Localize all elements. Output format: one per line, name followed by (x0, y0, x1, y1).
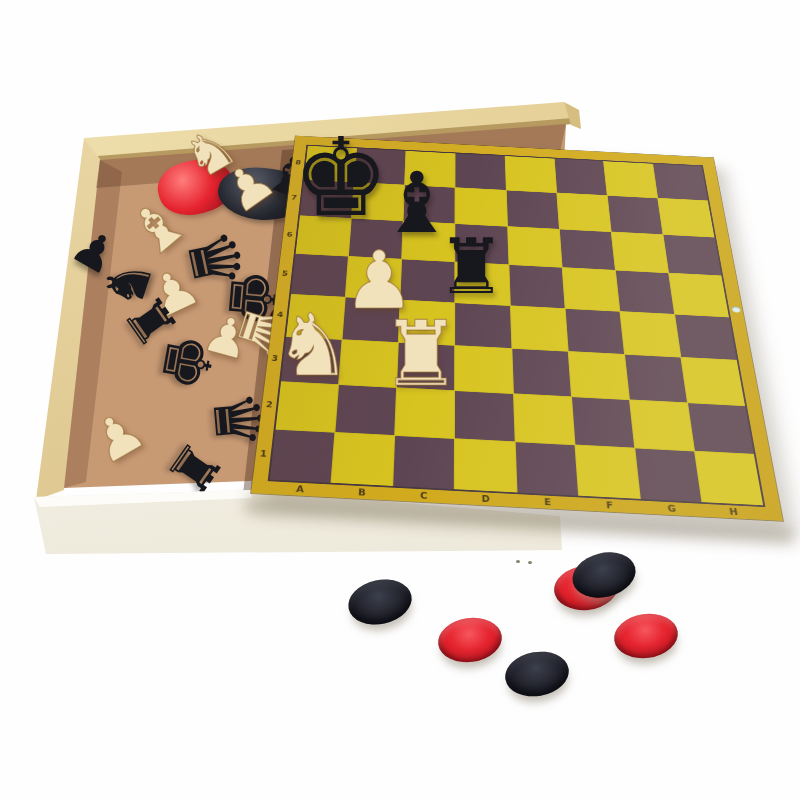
square-h3[interactable] (681, 357, 745, 405)
square-g7[interactable] (607, 196, 662, 235)
square-d1[interactable] (455, 439, 516, 492)
square-e4[interactable] (510, 306, 567, 351)
square-g2[interactable] (630, 400, 694, 451)
square-d4[interactable] (455, 303, 511, 348)
square-c2[interactable] (395, 388, 454, 438)
square-h4[interactable] (675, 314, 737, 359)
square-d6[interactable] (456, 224, 508, 264)
file-label-e: E (517, 495, 580, 510)
square-c8[interactable] (405, 151, 455, 187)
square-e3[interactable] (512, 349, 571, 397)
square-c5[interactable] (401, 260, 455, 302)
square-a7[interactable] (300, 180, 354, 218)
square-a3[interactable] (281, 337, 342, 384)
square-f5[interactable] (562, 268, 619, 311)
square-f3[interactable] (568, 351, 628, 399)
square-e5[interactable] (509, 265, 564, 308)
square-c7[interactable] (404, 185, 455, 223)
square-g4[interactable] (620, 311, 680, 356)
square-a1[interactable] (270, 430, 335, 483)
square-a5[interactable] (291, 254, 348, 296)
square-f4[interactable] (565, 309, 624, 354)
square-h6[interactable] (663, 235, 721, 276)
black-checker-disc[interactable] (502, 647, 573, 701)
tray-black-king[interactable]: ♚ (151, 328, 224, 396)
square-a4[interactable] (286, 294, 345, 339)
tray-black-rook[interactable]: ♜ (157, 431, 232, 504)
square-e8[interactable] (505, 156, 556, 193)
tray-black-pawn[interactable]: ♟ (64, 219, 125, 282)
square-b2[interactable] (336, 385, 397, 435)
chessboard: ABCDEFGH 87654321 (251, 136, 783, 521)
square-b4[interactable] (343, 297, 400, 342)
square-c6[interactable] (402, 221, 455, 261)
rim-screw-dot (528, 561, 532, 564)
tray-cream-pawn[interactable]: ♟ (214, 151, 285, 223)
red-checker-disc[interactable] (435, 614, 505, 666)
square-d7[interactable] (456, 188, 507, 226)
square-e2[interactable] (513, 394, 574, 444)
square-g8[interactable] (604, 161, 657, 198)
square-b7[interactable] (352, 183, 404, 221)
square-b3[interactable] (339, 340, 398, 387)
tray-cream-pawn[interactable]: ♟ (198, 306, 256, 368)
black-checker-disc[interactable] (568, 546, 641, 604)
square-e7[interactable] (506, 191, 558, 229)
file-label-f: F (578, 498, 641, 513)
file-label-h: H (702, 505, 766, 520)
black-checker-disc[interactable] (344, 574, 416, 630)
square-h1[interactable] (695, 451, 763, 505)
square-g3[interactable] (625, 354, 687, 402)
square-d3[interactable] (455, 346, 512, 394)
tray-black-rook[interactable]: ♜ (114, 287, 186, 358)
square-d2[interactable] (455, 391, 514, 441)
square-d5[interactable] (456, 262, 510, 305)
square-b1[interactable] (332, 433, 395, 486)
square-h5[interactable] (669, 274, 729, 317)
tray-cream-pawn[interactable]: ♟ (82, 400, 153, 474)
square-f1[interactable] (575, 445, 639, 499)
square-b5[interactable] (346, 257, 402, 299)
square-a2[interactable] (276, 382, 339, 432)
file-label-d: D (455, 492, 517, 507)
square-c3[interactable] (397, 343, 454, 390)
square-g5[interactable] (616, 271, 674, 314)
file-label-b: B (330, 485, 393, 500)
rim-screw-dot (516, 560, 520, 563)
red-checker-disc[interactable] (611, 610, 681, 662)
chess-box-product-photo: ♞♝♟♝♛♟♞♟♚♟♜♛♟♚♞♛♟♟♜♝ ABCDEFGH 87654321 ♚… (0, 0, 800, 800)
square-b6[interactable] (349, 219, 403, 259)
square-e1[interactable] (515, 442, 578, 496)
tray-black-queen[interactable]: ♛ (174, 223, 253, 297)
finger-hole (731, 306, 741, 312)
square-e6[interactable] (508, 227, 562, 267)
square-h7[interactable] (658, 198, 714, 237)
square-c1[interactable] (393, 436, 454, 489)
square-a8[interactable] (304, 146, 356, 182)
square-a6[interactable] (296, 216, 351, 256)
board-squares (268, 145, 766, 507)
square-f6[interactable] (560, 230, 615, 270)
square-b8[interactable] (355, 148, 406, 184)
file-label-a: A (268, 482, 331, 497)
tray-cream-pawn[interactable]: ♟ (141, 258, 208, 327)
red-plastic-bag (153, 152, 240, 223)
square-g1[interactable] (635, 448, 701, 502)
square-f7[interactable] (557, 193, 611, 231)
file-label-c: C (393, 489, 455, 504)
tray-black-knight[interactable]: ♞ (94, 250, 163, 315)
square-d8[interactable] (456, 153, 506, 189)
square-h2[interactable] (688, 403, 754, 454)
square-f2[interactable] (572, 397, 634, 448)
square-c4[interactable] (399, 300, 455, 345)
tray-cream-knight[interactable]: ♞ (174, 116, 245, 190)
square-g6[interactable] (611, 232, 668, 273)
file-label-g: G (640, 501, 704, 516)
square-h8[interactable] (653, 164, 708, 201)
tray-cream-bishop[interactable]: ♝ (117, 186, 199, 269)
red-checker-disc[interactable] (552, 563, 620, 613)
square-f8[interactable] (554, 159, 606, 196)
